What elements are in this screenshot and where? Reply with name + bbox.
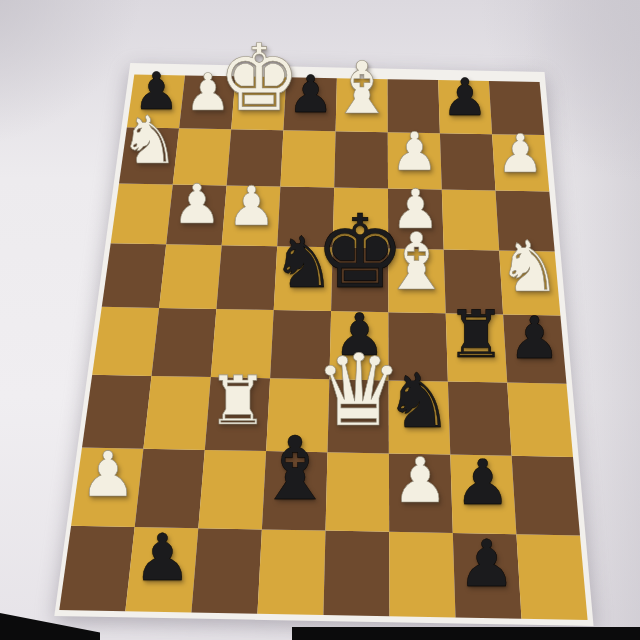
square-e1[interactable]: [323, 531, 389, 617]
square-c1[interactable]: [191, 528, 262, 614]
square-e7[interactable]: [334, 131, 388, 188]
square-f1[interactable]: [389, 532, 455, 618]
piece-white-knight-a7[interactable]: ♞: [110, 108, 190, 174]
table-edge-shadow-right: [292, 627, 640, 640]
piece-black-knight-f3[interactable]: ♞: [374, 364, 465, 439]
square-d1[interactable]: [257, 529, 325, 615]
piece-white-pawn-f7[interactable]: ♟: [383, 125, 447, 178]
square-d7[interactable]: [280, 130, 335, 187]
square-h1[interactable]: [516, 534, 587, 620]
piece-black-pawn-b1[interactable]: ♟: [124, 526, 202, 591]
square-a5[interactable]: [102, 243, 166, 308]
piece-white-knight-h5[interactable]: ♞: [487, 232, 572, 303]
piece-black-bishop-d2[interactable]: ♝: [243, 426, 348, 514]
square-h3[interactable]: [507, 383, 573, 457]
piece-white-pawn-h7[interactable]: ♟: [489, 127, 553, 180]
piece-white-pawn-a2[interactable]: ♟: [70, 444, 145, 507]
piece-white-bishop-f5[interactable]: ♝: [369, 223, 464, 302]
square-h2[interactable]: [512, 456, 580, 536]
square-b5[interactable]: [159, 244, 222, 309]
piece-black-pawn-g1[interactable]: ♟: [448, 532, 526, 597]
piece-black-pawn-g8[interactable]: ♟: [434, 72, 496, 123]
square-a4[interactable]: [92, 307, 159, 376]
piece-black-pawn-h4[interactable]: ♟: [499, 309, 569, 367]
piece-white-bishop-e8[interactable]: ♝: [319, 52, 405, 124]
photo-scene: ♟♟♚♟♝♟♞♟♟♟♟♟♞♚♝♞♟♜♟♜♛♞♟♝♟♟♟♟: [0, 0, 640, 640]
square-g7[interactable]: [440, 133, 496, 190]
piece-black-pawn-g2[interactable]: ♟: [445, 452, 520, 515]
